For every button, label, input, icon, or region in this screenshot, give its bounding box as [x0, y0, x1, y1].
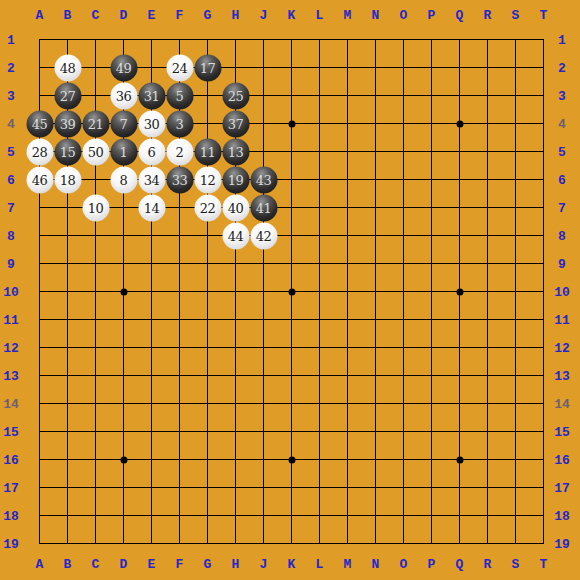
star-point-D16 [120, 456, 127, 463]
black-stone-H5-move-13: 13 [222, 138, 249, 165]
white-stone-B6-move-18: 18 [54, 166, 81, 193]
white-stone-J8-move-42: 42 [250, 222, 277, 249]
black-stone-A4-move-45: 45 [26, 110, 53, 137]
row-label-right-15: 15 [554, 425, 570, 438]
col-label-top-S: S [512, 9, 520, 22]
col-label-top-E: E [148, 9, 156, 22]
row-label-left-5: 5 [7, 145, 15, 158]
black-stone-B3-move-27: 27 [54, 82, 81, 109]
row-label-right-4: 4 [558, 117, 566, 130]
col-label-bottom-M: M [344, 558, 352, 571]
white-stone-E4-move-30: 30 [138, 110, 165, 137]
col-label-bottom-H: H [232, 558, 240, 571]
row-label-left-16: 16 [3, 453, 19, 466]
row-label-right-6: 6 [558, 173, 566, 186]
black-stone-J6-move-43: 43 [250, 166, 277, 193]
black-stone-F4-move-3: 3 [166, 110, 193, 137]
row-label-left-14: 14 [3, 397, 19, 410]
col-label-top-Q: Q [456, 9, 464, 22]
col-label-bottom-T: T [540, 558, 548, 571]
row-label-right-5: 5 [558, 145, 566, 158]
row-label-right-16: 16 [554, 453, 570, 466]
row-label-right-19: 19 [554, 537, 570, 550]
black-stone-C4-move-21: 21 [82, 110, 109, 137]
row-label-left-18: 18 [3, 509, 19, 522]
row-label-left-10: 10 [3, 285, 19, 298]
black-stone-J7-move-41: 41 [250, 194, 277, 221]
star-point-Q10 [456, 288, 463, 295]
black-stone-D2-move-49: 49 [110, 54, 137, 81]
row-label-left-3: 3 [7, 89, 15, 102]
col-label-top-C: C [92, 9, 100, 22]
row-label-right-17: 17 [554, 481, 570, 494]
black-stone-H4-move-37: 37 [222, 110, 249, 137]
col-label-bottom-E: E [148, 558, 156, 571]
col-label-top-P: P [428, 9, 436, 22]
row-label-left-15: 15 [3, 425, 19, 438]
white-stone-B2-move-48: 48 [54, 54, 81, 81]
row-label-left-2: 2 [7, 61, 15, 74]
col-label-top-T: T [540, 9, 548, 22]
col-label-top-H: H [232, 9, 240, 22]
col-label-bottom-P: P [428, 558, 436, 571]
white-stone-H8-move-44: 44 [222, 222, 249, 249]
row-label-left-19: 19 [3, 537, 19, 550]
row-label-left-1: 1 [7, 33, 15, 46]
row-label-left-9: 9 [7, 257, 15, 270]
black-stone-D4-move-7: 7 [110, 110, 137, 137]
white-stone-G7-move-22: 22 [194, 194, 221, 221]
white-stone-D3-move-36: 36 [110, 82, 137, 109]
col-label-bottom-Q: Q [456, 558, 464, 571]
white-stone-D6-move-8: 8 [110, 166, 137, 193]
star-point-Q16 [456, 456, 463, 463]
row-label-left-4: 4 [7, 117, 15, 130]
col-label-bottom-B: B [64, 558, 72, 571]
black-stone-H6-move-19: 19 [222, 166, 249, 193]
col-label-top-G: G [204, 9, 212, 22]
col-label-top-K: K [288, 9, 296, 22]
row-label-right-10: 10 [554, 285, 570, 298]
row-label-right-11: 11 [554, 313, 570, 326]
col-label-top-D: D [120, 9, 128, 22]
col-label-top-L: L [316, 9, 324, 22]
col-label-bottom-J: J [260, 558, 268, 571]
white-stone-A6-move-46: 46 [26, 166, 53, 193]
white-stone-E7-move-14: 14 [138, 194, 165, 221]
star-point-K16 [288, 456, 295, 463]
black-stone-F3-move-5: 5 [166, 82, 193, 109]
white-stone-E5-move-6: 6 [138, 138, 165, 165]
white-stone-F2-move-24: 24 [166, 54, 193, 81]
row-label-left-8: 8 [7, 229, 15, 242]
col-label-top-N: N [372, 9, 380, 22]
black-stone-H3-move-25: 25 [222, 82, 249, 109]
white-stone-E6-move-34: 34 [138, 166, 165, 193]
white-stone-C5-move-50: 50 [82, 138, 109, 165]
row-label-left-11: 11 [3, 313, 19, 326]
white-stone-F5-move-2: 2 [166, 138, 193, 165]
black-stone-F6-move-33: 33 [166, 166, 193, 193]
col-label-bottom-A: A [36, 558, 44, 571]
row-label-left-6: 6 [7, 173, 15, 186]
col-label-bottom-S: S [512, 558, 520, 571]
col-label-bottom-F: F [176, 558, 184, 571]
row-label-left-12: 12 [3, 341, 19, 354]
row-label-right-7: 7 [558, 201, 566, 214]
row-label-right-13: 13 [554, 369, 570, 382]
col-label-top-A: A [36, 9, 44, 22]
star-point-Q4 [456, 120, 463, 127]
star-point-D10 [120, 288, 127, 295]
row-label-left-17: 17 [3, 481, 19, 494]
white-stone-A5-move-28: 28 [26, 138, 53, 165]
col-label-top-M: M [344, 9, 352, 22]
col-label-bottom-N: N [372, 558, 380, 571]
black-stone-G2-move-17: 17 [194, 54, 221, 81]
col-label-top-J: J [260, 9, 268, 22]
white-stone-G6-move-12: 12 [194, 166, 221, 193]
col-label-top-R: R [484, 9, 492, 22]
col-label-bottom-D: D [120, 558, 128, 571]
black-stone-D5-move-1: 1 [110, 138, 137, 165]
row-label-right-9: 9 [558, 257, 566, 270]
white-stone-H7-move-40: 40 [222, 194, 249, 221]
col-label-top-O: O [400, 9, 408, 22]
row-label-right-18: 18 [554, 509, 570, 522]
black-stone-B4-move-39: 39 [54, 110, 81, 137]
star-point-K10 [288, 288, 295, 295]
col-label-bottom-L: L [316, 558, 324, 571]
black-stone-E3-move-31: 31 [138, 82, 165, 109]
col-label-top-B: B [64, 9, 72, 22]
white-stone-C7-move-10: 10 [82, 194, 109, 221]
row-label-right-8: 8 [558, 229, 566, 242]
col-label-bottom-G: G [204, 558, 212, 571]
col-label-bottom-K: K [288, 558, 296, 571]
col-label-bottom-O: O [400, 558, 408, 571]
row-label-left-13: 13 [3, 369, 19, 382]
row-label-right-1: 1 [558, 33, 566, 46]
row-label-left-7: 7 [7, 201, 15, 214]
go-board[interactable]: AABBCCDDEEFFGGHHJJKKLLMMNNOOPPQQRRSSTT11… [0, 0, 580, 580]
col-label-bottom-R: R [484, 558, 492, 571]
col-label-top-F: F [176, 9, 184, 22]
black-stone-B5-move-15: 15 [54, 138, 81, 165]
black-stone-G5-move-11: 11 [194, 138, 221, 165]
row-label-right-14: 14 [554, 397, 570, 410]
row-label-right-12: 12 [554, 341, 570, 354]
row-label-right-2: 2 [558, 61, 566, 74]
row-label-right-3: 3 [558, 89, 566, 102]
star-point-K4 [288, 120, 295, 127]
col-label-bottom-C: C [92, 558, 100, 571]
